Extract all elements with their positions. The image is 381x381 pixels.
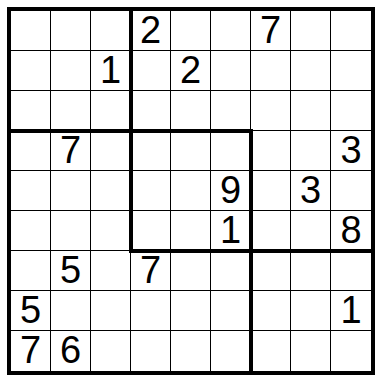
cell-r5c9[interactable]	[331, 171, 371, 211]
cell-r6c9[interactable]: 8	[331, 211, 371, 251]
cell-r5c6[interactable]: 9	[211, 171, 251, 211]
cell-r9c5[interactable]	[171, 331, 211, 371]
cell-r6c7[interactable]	[251, 211, 291, 251]
cell-r2c3[interactable]: 1	[91, 51, 131, 91]
cell-r8c7[interactable]	[251, 291, 291, 331]
cell-r6c3[interactable]	[91, 211, 131, 251]
cell-r1c2[interactable]	[51, 11, 91, 51]
cell-r2c8[interactable]	[291, 51, 331, 91]
cell-r8c6[interactable]	[211, 291, 251, 331]
cell-r1c8[interactable]	[291, 11, 331, 51]
given-digit: 7	[140, 251, 161, 289]
cell-r3c8[interactable]	[291, 91, 331, 131]
cell-r8c8[interactable]	[291, 291, 331, 331]
cell-r9c2[interactable]: 6	[51, 331, 91, 371]
cell-r7c1[interactable]	[11, 251, 51, 291]
cell-r4c5[interactable]	[171, 131, 211, 171]
cell-r7c5[interactable]	[171, 251, 211, 291]
cell-r3c9[interactable]	[331, 91, 371, 131]
cell-r8c1[interactable]: 5	[11, 291, 51, 331]
cell-r1c4[interactable]: 2	[131, 11, 171, 51]
cell-r3c1[interactable]	[11, 91, 51, 131]
cell-r9c4[interactable]	[131, 331, 171, 371]
cell-r1c5[interactable]	[171, 11, 211, 51]
cell-r3c2[interactable]	[51, 91, 91, 131]
given-digit: 1	[100, 51, 121, 89]
given-digit: 1	[340, 291, 361, 329]
given-digit: 3	[340, 131, 361, 169]
cell-r9c8[interactable]	[291, 331, 331, 371]
cell-r5c1[interactable]	[11, 171, 51, 211]
given-digit: 1	[220, 211, 241, 249]
cell-r7c8[interactable]	[291, 251, 331, 291]
given-digit: 7	[260, 11, 281, 49]
cell-r7c7[interactable]	[251, 251, 291, 291]
cell-r9c6[interactable]	[211, 331, 251, 371]
given-digit: 2	[180, 51, 201, 89]
cell-r5c2[interactable]	[51, 171, 91, 211]
cell-r5c7[interactable]	[251, 171, 291, 211]
cell-r4c8[interactable]	[291, 131, 331, 171]
cell-r7c6[interactable]	[211, 251, 251, 291]
cell-r3c7[interactable]	[251, 91, 291, 131]
cell-r4c1[interactable]	[11, 131, 51, 171]
cell-r4c3[interactable]	[91, 131, 131, 171]
cell-r2c7[interactable]	[251, 51, 291, 91]
given-digit: 5	[20, 291, 41, 329]
sudoku-board: 2712739318575176	[7, 7, 375, 375]
cell-r5c3[interactable]	[91, 171, 131, 211]
cell-r1c7[interactable]: 7	[251, 11, 291, 51]
cell-r6c6[interactable]: 1	[211, 211, 251, 251]
cell-r8c9[interactable]: 1	[331, 291, 371, 331]
cell-r9c3[interactable]	[91, 331, 131, 371]
cell-r4c7[interactable]	[251, 131, 291, 171]
cell-r6c8[interactable]	[291, 211, 331, 251]
given-digit: 2	[140, 11, 161, 49]
cell-r8c2[interactable]	[51, 291, 91, 331]
given-digit: 3	[300, 171, 321, 209]
cell-r5c8[interactable]: 3	[291, 171, 331, 211]
cell-r2c1[interactable]	[11, 51, 51, 91]
given-digit: 7	[60, 131, 81, 169]
cell-r7c9[interactable]	[331, 251, 371, 291]
cell-r6c1[interactable]	[11, 211, 51, 251]
sudoku-grid: 2712739318575176	[11, 11, 371, 371]
cell-r8c4[interactable]	[131, 291, 171, 331]
cell-r5c4[interactable]	[131, 171, 171, 211]
cell-r7c3[interactable]	[91, 251, 131, 291]
cell-r8c5[interactable]	[171, 291, 211, 331]
cell-r4c2[interactable]: 7	[51, 131, 91, 171]
given-digit: 7	[20, 331, 41, 369]
cell-r3c4[interactable]	[131, 91, 171, 131]
cell-r3c3[interactable]	[91, 91, 131, 131]
cell-r5c5[interactable]	[171, 171, 211, 211]
cell-r1c1[interactable]	[11, 11, 51, 51]
cell-r2c6[interactable]	[211, 51, 251, 91]
cell-r6c2[interactable]	[51, 211, 91, 251]
cell-r2c4[interactable]	[131, 51, 171, 91]
cell-r2c9[interactable]	[331, 51, 371, 91]
cell-r2c2[interactable]	[51, 51, 91, 91]
cell-r8c3[interactable]	[91, 291, 131, 331]
given-digit: 9	[220, 171, 241, 209]
cell-r7c4[interactable]: 7	[131, 251, 171, 291]
cell-r1c9[interactable]	[331, 11, 371, 51]
cell-r9c1[interactable]: 7	[11, 331, 51, 371]
cell-r4c6[interactable]	[211, 131, 251, 171]
cell-r1c6[interactable]	[211, 11, 251, 51]
cell-r9c7[interactable]	[251, 331, 291, 371]
cell-r6c5[interactable]	[171, 211, 211, 251]
cell-r3c6[interactable]	[211, 91, 251, 131]
cell-r7c2[interactable]: 5	[51, 251, 91, 291]
cell-r4c4[interactable]	[131, 131, 171, 171]
cell-r2c5[interactable]: 2	[171, 51, 211, 91]
cell-r1c3[interactable]	[91, 11, 131, 51]
given-digit: 6	[60, 331, 81, 369]
cell-r9c9[interactable]	[331, 331, 371, 371]
given-digit: 8	[340, 211, 361, 249]
given-digit: 5	[60, 251, 81, 289]
cell-r4c9[interactable]: 3	[331, 131, 371, 171]
cell-r3c5[interactable]	[171, 91, 211, 131]
cell-r6c4[interactable]	[131, 211, 171, 251]
